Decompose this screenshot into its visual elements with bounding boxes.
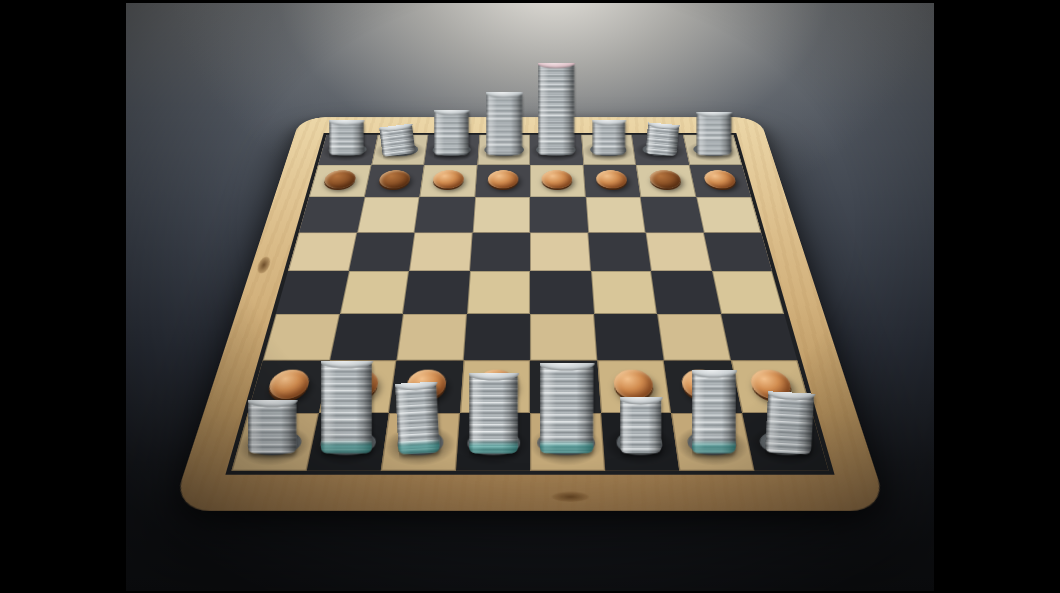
square-f8[interactable]	[581, 134, 636, 164]
square-a3[interactable]	[263, 313, 340, 360]
coin-stack	[592, 120, 625, 155]
square-a7[interactable]	[309, 164, 371, 196]
stack-top-coin	[467, 366, 519, 379]
penny-coin	[702, 170, 737, 188]
square-g5[interactable]	[646, 232, 712, 271]
black-king-e8[interactable]	[530, 134, 583, 164]
coin-stack	[329, 120, 364, 155]
black-bishop-f8[interactable]	[581, 134, 636, 164]
square-a8[interactable]	[318, 134, 377, 164]
stack-top-coin	[647, 118, 681, 130]
square-a1[interactable]	[231, 412, 318, 470]
stack-top-coin	[377, 119, 413, 133]
square-h8[interactable]	[683, 134, 742, 164]
wood-knot	[551, 491, 589, 502]
penny-coin	[595, 170, 627, 188]
coin-stack	[646, 122, 680, 156]
square-f6[interactable]	[585, 197, 645, 232]
square-b3[interactable]	[330, 313, 403, 360]
square-g3[interactable]	[657, 313, 730, 360]
square-g7[interactable]	[636, 164, 696, 196]
penny-coin	[432, 170, 464, 188]
square-e6[interactable]	[530, 197, 588, 232]
square-g6[interactable]	[641, 197, 704, 232]
black-rook-a8[interactable]	[318, 134, 377, 164]
square-c4[interactable]	[403, 271, 470, 313]
stack-top-coin	[591, 115, 626, 125]
stack-top-coin	[247, 393, 299, 406]
white-rook-a1[interactable]	[231, 412, 318, 470]
square-e4[interactable]	[530, 271, 594, 313]
coin-stack	[379, 123, 415, 156]
square-d3[interactable]	[463, 313, 530, 360]
letterbox-frame	[0, 0, 1060, 593]
chess-board	[171, 117, 888, 511]
black-knight-b8[interactable]	[371, 134, 428, 164]
penny-coin	[378, 170, 412, 188]
square-g8[interactable]	[632, 134, 689, 164]
square-f1[interactable]	[601, 412, 680, 470]
white-bishop-f1[interactable]	[601, 412, 680, 470]
stack-top-coin	[319, 354, 373, 367]
square-d4[interactable]	[466, 271, 530, 313]
wood-knot	[255, 256, 272, 273]
square-c1[interactable]	[381, 412, 460, 470]
coin-stack	[765, 390, 814, 453]
coin-stack	[486, 92, 522, 154]
square-e8[interactable]	[530, 134, 583, 164]
square-e5[interactable]	[530, 232, 591, 271]
white-king-e1[interactable]	[530, 412, 605, 470]
stack-top-coin	[766, 384, 816, 400]
square-f7[interactable]	[583, 164, 641, 196]
square-b4[interactable]	[339, 271, 409, 313]
black-pawn-h7[interactable]	[689, 164, 751, 196]
black-knight-g8[interactable]	[632, 134, 689, 164]
coin-stack	[320, 360, 371, 452]
black-pawn-f7[interactable]	[583, 164, 641, 196]
white-knight-g1[interactable]	[671, 412, 754, 470]
photo-background	[126, 3, 934, 591]
coin-stack	[434, 109, 469, 154]
square-h1[interactable]	[742, 412, 829, 470]
penny-coin	[649, 170, 683, 188]
coin-stack	[620, 396, 661, 452]
coin-stack	[692, 370, 736, 453]
stack-top-coin	[538, 356, 595, 369]
coin-stack	[248, 399, 297, 453]
black-pawn-d7[interactable]	[475, 164, 530, 196]
white-bishop-c1[interactable]	[381, 412, 460, 470]
coin-stack	[538, 63, 574, 155]
square-h3[interactable]	[721, 313, 798, 360]
black-rook-h8[interactable]	[683, 134, 742, 164]
stack-top-coin	[695, 107, 732, 117]
square-b8[interactable]	[371, 134, 428, 164]
square-f3[interactable]	[594, 313, 664, 360]
black-pawn-e7[interactable]	[530, 164, 585, 196]
square-e1[interactable]	[530, 412, 605, 470]
square-h4[interactable]	[712, 271, 785, 313]
black-bishop-c8[interactable]	[424, 134, 479, 164]
penny-coin	[542, 170, 573, 188]
square-c5[interactable]	[409, 232, 472, 271]
square-c3[interactable]	[396, 313, 466, 360]
white-queen-d1[interactable]	[455, 412, 530, 470]
white-knight-b1[interactable]	[306, 412, 389, 470]
black-pawn-c7[interactable]	[419, 164, 477, 196]
square-c8[interactable]	[424, 134, 479, 164]
stack-top-coin	[328, 115, 365, 125]
coin-stack	[395, 381, 440, 454]
black-pawn-g7[interactable]	[636, 164, 696, 196]
stack-top-coin	[618, 390, 662, 403]
square-d1[interactable]	[455, 412, 530, 470]
coin-stack	[469, 372, 518, 452]
black-pawn-b7[interactable]	[364, 164, 424, 196]
square-a6[interactable]	[299, 197, 364, 232]
square-d7[interactable]	[475, 164, 530, 196]
square-h5[interactable]	[703, 232, 772, 271]
stack-top-coin	[433, 105, 470, 115]
square-a4[interactable]	[276, 271, 349, 313]
stack-top-coin	[484, 88, 523, 98]
square-h7[interactable]	[689, 164, 751, 196]
square-g1[interactable]	[671, 412, 754, 470]
coin-stack	[540, 362, 594, 452]
square-d8[interactable]	[477, 134, 530, 164]
black-pawn-a7[interactable]	[309, 164, 371, 196]
square-e3[interactable]	[530, 313, 597, 360]
square-b5[interactable]	[349, 232, 415, 271]
square-c6[interactable]	[414, 197, 474, 232]
penny-coin	[487, 170, 518, 188]
white-rook-h1[interactable]	[742, 412, 829, 470]
square-e7[interactable]	[530, 164, 585, 196]
square-a5[interactable]	[288, 232, 357, 271]
square-f5[interactable]	[588, 232, 651, 271]
square-g4[interactable]	[651, 271, 721, 313]
square-b1[interactable]	[306, 412, 389, 470]
square-c7[interactable]	[419, 164, 477, 196]
black-queen-d8[interactable]	[477, 134, 530, 164]
coin-stack	[696, 111, 731, 154]
stack-top-coin	[537, 58, 576, 68]
square-d6[interactable]	[472, 197, 530, 232]
board-grid	[225, 132, 834, 474]
square-f4[interactable]	[591, 271, 658, 313]
square-b6[interactable]	[357, 197, 420, 232]
square-b7[interactable]	[364, 164, 424, 196]
stack-top-coin	[691, 364, 737, 377]
penny-coin	[323, 170, 358, 188]
square-d5[interactable]	[470, 232, 531, 271]
square-h6[interactable]	[696, 197, 761, 232]
